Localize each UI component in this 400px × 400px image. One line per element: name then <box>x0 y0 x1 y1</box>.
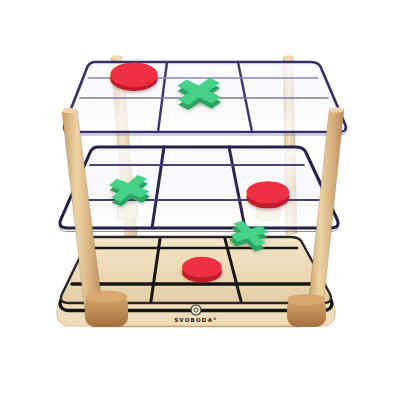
cell-L2-r1-c1[interactable] <box>179 182 217 202</box>
cell-L2-r0-c1[interactable] <box>178 150 216 170</box>
3d-tictactoe-board: SVOBODA® ●✖✖●✖● <box>0 0 400 400</box>
cell-L1-r2-c0[interactable] <box>97 114 135 134</box>
pieces-layer: ●✖✖●✖● <box>0 0 400 400</box>
cell-L3-r0-c0[interactable] <box>107 237 145 257</box>
cell-L3-r2-c0[interactable] <box>96 288 134 308</box>
cell-L1-r2-c2[interactable] <box>274 114 312 134</box>
cell-L1-r0-c2[interactable] <box>259 66 297 86</box>
cell-L2-r2-c0[interactable] <box>91 211 129 231</box>
cell-L2-r0-c2[interactable] <box>247 150 285 170</box>
cell-L3-r2-c1[interactable] <box>181 288 219 308</box>
cell-L1-r2-c1[interactable] <box>185 114 223 134</box>
cell-L3-r2-c2[interactable] <box>269 288 307 308</box>
cell-L2-r2-c1[interactable] <box>179 211 217 231</box>
cell-L3-r1-c2[interactable] <box>257 259 295 279</box>
cell-L3-r1-c0[interactable] <box>103 261 141 281</box>
cell-L1-r1-c2[interactable] <box>265 86 303 106</box>
